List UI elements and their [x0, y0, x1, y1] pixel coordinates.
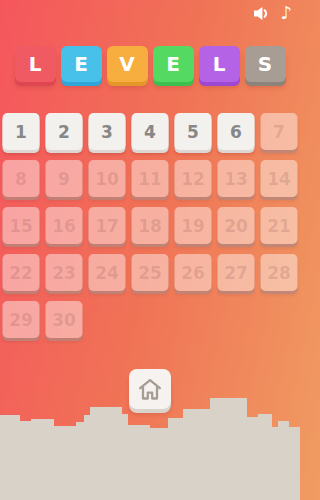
level-number: 11 — [138, 169, 162, 189]
level-number: 18 — [138, 216, 162, 236]
level-25-locked[interactable]: 25 — [132, 254, 169, 291]
title-letter-glyph: V — [119, 54, 134, 74]
level-number: 17 — [95, 216, 119, 236]
level-7-locked[interactable]: 7 — [261, 113, 298, 150]
level-number: 12 — [181, 169, 205, 189]
level-1[interactable]: 1 — [3, 113, 40, 150]
level-number: 10 — [95, 169, 119, 189]
level-number: 3 — [101, 122, 113, 142]
title-letter-l-4: L — [199, 46, 240, 82]
level-number: 14 — [267, 169, 291, 189]
level-19-locked[interactable]: 19 — [175, 207, 212, 244]
speaker-icon[interactable] — [253, 6, 270, 21]
skyline-silhouette — [0, 398, 300, 500]
level-number: 16 — [52, 216, 76, 236]
level-number: 4 — [144, 122, 156, 142]
level-select-screen: { "game": "block-puzzle level select scr… — [0, 0, 300, 500]
level-16-locked[interactable]: 16 — [46, 207, 83, 244]
level-6[interactable]: 6 — [218, 113, 255, 150]
title-letter-e-3: E — [153, 46, 194, 82]
city-skyline — [0, 395, 300, 500]
level-10-locked[interactable]: 10 — [89, 160, 126, 197]
level-29-locked[interactable]: 29 — [3, 301, 40, 338]
title-levels: LEVELS — [0, 46, 300, 82]
topbar: ♪ — [253, 0, 301, 26]
level-4[interactable]: 4 — [132, 113, 169, 150]
level-18-locked[interactable]: 18 — [132, 207, 169, 244]
title-letter-glyph: L — [213, 54, 226, 74]
title-letter-glyph: E — [166, 54, 180, 74]
level-22-locked[interactable]: 22 — [3, 254, 40, 291]
level-24-locked[interactable]: 24 — [89, 254, 126, 291]
level-number: 28 — [267, 263, 291, 283]
level-number: 9 — [58, 169, 70, 189]
level-8-locked[interactable]: 8 — [3, 160, 40, 197]
level-number: 27 — [224, 263, 248, 283]
level-number: 1 — [15, 122, 27, 142]
title-letter-glyph: S — [258, 54, 272, 74]
level-15-locked[interactable]: 15 — [3, 207, 40, 244]
level-number: 24 — [95, 263, 119, 283]
level-grid: 1234567891011121314151617181920212223242… — [3, 113, 298, 338]
level-number: 13 — [224, 169, 248, 189]
music-note-icon[interactable]: ♪ — [281, 4, 293, 22]
level-23-locked[interactable]: 23 — [46, 254, 83, 291]
level-12-locked[interactable]: 12 — [175, 160, 212, 197]
level-28-locked[interactable]: 28 — [261, 254, 298, 291]
level-number: 5 — [187, 122, 199, 142]
level-number: 20 — [224, 216, 248, 236]
level-number: 15 — [9, 216, 33, 236]
level-number: 7 — [273, 122, 285, 142]
title-letter-s-5: S — [245, 46, 286, 82]
level-number: 22 — [9, 263, 33, 283]
level-26-locked[interactable]: 26 — [175, 254, 212, 291]
level-17-locked[interactable]: 17 — [89, 207, 126, 244]
level-number: 26 — [181, 263, 205, 283]
title-letter-v-2: V — [107, 46, 148, 82]
level-number: 8 — [15, 169, 27, 189]
level-number: 21 — [267, 216, 291, 236]
level-20-locked[interactable]: 20 — [218, 207, 255, 244]
level-number: 23 — [52, 263, 76, 283]
title-letter-l-0: L — [15, 46, 56, 82]
level-3[interactable]: 3 — [89, 113, 126, 150]
level-21-locked[interactable]: 21 — [261, 207, 298, 244]
level-13-locked[interactable]: 13 — [218, 160, 255, 197]
title-letter-e-1: E — [61, 46, 102, 82]
level-2[interactable]: 2 — [46, 113, 83, 150]
title-letter-glyph: E — [74, 54, 88, 74]
level-9-locked[interactable]: 9 — [46, 160, 83, 197]
level-number: 25 — [138, 263, 162, 283]
level-11-locked[interactable]: 11 — [132, 160, 169, 197]
level-number: 29 — [9, 310, 33, 330]
level-number: 30 — [52, 310, 76, 330]
level-27-locked[interactable]: 27 — [218, 254, 255, 291]
title-letter-glyph: L — [29, 54, 42, 74]
level-number: 6 — [230, 122, 242, 142]
level-30-locked[interactable]: 30 — [46, 301, 83, 338]
level-5[interactable]: 5 — [175, 113, 212, 150]
level-number: 2 — [58, 122, 70, 142]
level-number: 19 — [181, 216, 205, 236]
level-14-locked[interactable]: 14 — [261, 160, 298, 197]
